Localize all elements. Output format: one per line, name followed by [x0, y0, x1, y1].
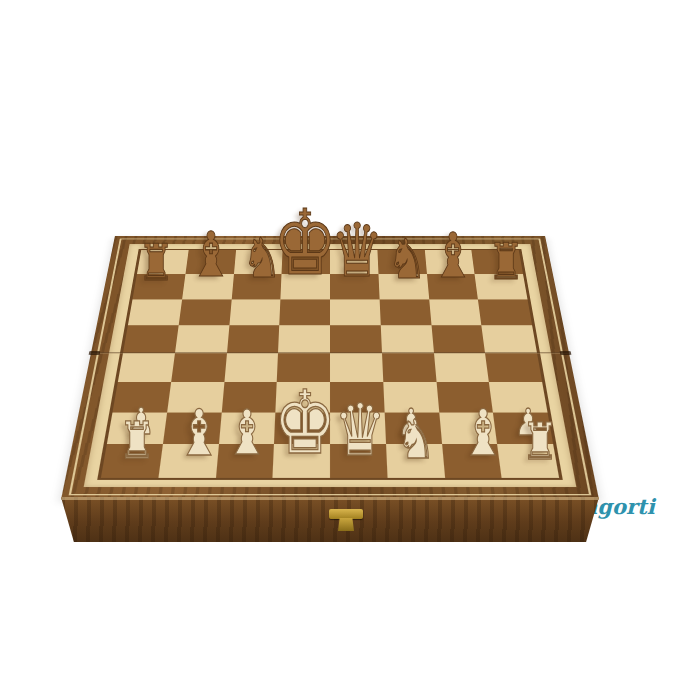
- square-b3: [167, 382, 224, 412]
- square-g1: [442, 444, 502, 478]
- square-a3: [113, 382, 171, 412]
- square-g6: [429, 299, 482, 325]
- fold-seam: [91, 352, 569, 354]
- square-h4: [485, 353, 542, 382]
- square-b5: [175, 325, 229, 353]
- square-a2: [107, 412, 167, 444]
- square-h7: [475, 274, 528, 299]
- square-c2: [218, 412, 275, 444]
- square-a8: [137, 250, 188, 274]
- square-c6: [229, 299, 281, 325]
- square-c7: [231, 274, 281, 299]
- square-g3: [436, 382, 493, 412]
- square-e4: [330, 353, 383, 382]
- square-h5: [482, 325, 537, 353]
- square-a6: [128, 299, 182, 325]
- square-c1: [215, 444, 274, 478]
- square-f2: [384, 412, 441, 444]
- square-f6: [379, 299, 431, 325]
- square-a7: [133, 274, 186, 299]
- square-e3: [330, 382, 384, 412]
- square-c3: [221, 382, 277, 412]
- square-c5: [227, 325, 280, 353]
- square-h8: [472, 250, 523, 274]
- clasp-plate: [329, 509, 363, 519]
- square-f5: [381, 325, 434, 353]
- square-e7: [330, 274, 379, 299]
- square-f8: [377, 250, 426, 274]
- square-c8: [233, 250, 282, 274]
- board-grid: [101, 250, 559, 478]
- hinge-left: [89, 351, 101, 355]
- hinge-right: [560, 351, 572, 355]
- box-front-rim: [61, 497, 599, 500]
- square-b4: [171, 353, 227, 382]
- square-g7: [427, 274, 479, 299]
- square-h1: [497, 444, 559, 478]
- square-f4: [382, 353, 436, 382]
- square-d8: [282, 250, 330, 274]
- square-g4: [434, 353, 490, 382]
- square-f3: [383, 382, 439, 412]
- square-e1: [330, 444, 387, 478]
- square-h3: [489, 382, 547, 412]
- square-d2: [274, 412, 330, 444]
- square-f1: [386, 444, 445, 478]
- box-front-face: [61, 497, 599, 542]
- chess-set-photo: [0, 0, 700, 700]
- square-e5: [330, 325, 382, 353]
- square-b7: [182, 274, 234, 299]
- chess-board: [61, 236, 599, 500]
- square-b6: [178, 299, 231, 325]
- square-d5: [278, 325, 330, 353]
- square-g5: [431, 325, 485, 353]
- square-a1: [101, 444, 163, 478]
- square-h2: [493, 412, 553, 444]
- square-d4: [277, 353, 330, 382]
- square-h6: [478, 299, 532, 325]
- square-b8: [185, 250, 235, 274]
- square-a4: [118, 353, 175, 382]
- square-f7: [378, 274, 428, 299]
- square-c4: [224, 353, 278, 382]
- clasp-hasp: [338, 518, 354, 531]
- square-b1: [158, 444, 218, 478]
- square-g2: [439, 412, 498, 444]
- square-a5: [123, 325, 178, 353]
- square-d3: [276, 382, 330, 412]
- square-b2: [163, 412, 222, 444]
- square-g8: [424, 250, 474, 274]
- brass-clasp: [328, 509, 364, 535]
- square-d1: [273, 444, 330, 478]
- square-d6: [279, 299, 330, 325]
- square-e8: [330, 250, 378, 274]
- square-e6: [330, 299, 381, 325]
- square-e2: [330, 412, 386, 444]
- square-d7: [281, 274, 330, 299]
